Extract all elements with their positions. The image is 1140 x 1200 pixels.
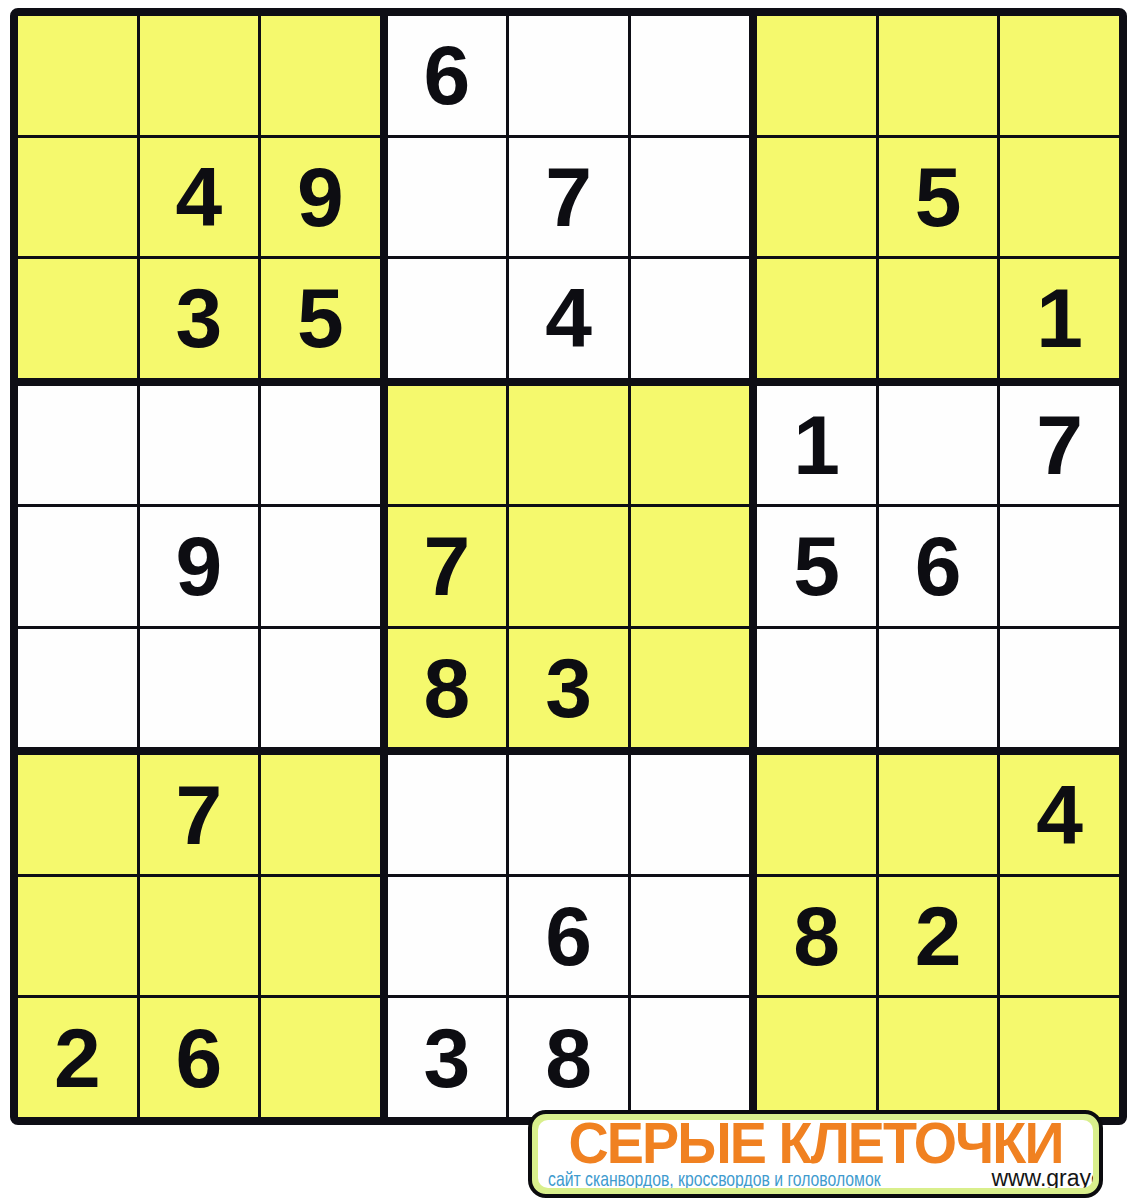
cell-r4c1[interactable] [18, 386, 137, 505]
cell-r2c5[interactable]: 7 [509, 138, 628, 257]
cell-r7c4[interactable] [388, 755, 507, 874]
cell-r6c2[interactable] [140, 629, 259, 748]
cell-r4c2[interactable] [140, 386, 259, 505]
box-4: 9 [18, 386, 380, 748]
cell-r4c4[interactable] [388, 386, 507, 505]
cell-r9c5[interactable]: 8 [509, 998, 628, 1117]
cell-r7c6[interactable] [631, 755, 750, 874]
cell-r9c4[interactable]: 3 [388, 998, 507, 1117]
cell-r8c8[interactable]: 2 [879, 877, 998, 996]
cell-r1c2[interactable] [140, 16, 259, 135]
cell-r8c4[interactable] [388, 877, 507, 996]
box-3: 51 [757, 16, 1119, 378]
cell-r5c2[interactable]: 9 [140, 507, 259, 626]
cell-r1c1[interactable] [18, 16, 137, 135]
cell-r2c3[interactable]: 9 [261, 138, 380, 257]
cell-r6c6[interactable] [631, 629, 750, 748]
cell-r9c9[interactable] [1000, 998, 1119, 1117]
cell-r9c7[interactable] [757, 998, 876, 1117]
cell-r9c2[interactable]: 6 [140, 998, 259, 1117]
cell-r5c1[interactable] [18, 507, 137, 626]
cell-r6c3[interactable] [261, 629, 380, 748]
cell-r5c4[interactable]: 7 [388, 507, 507, 626]
cell-r8c9[interactable] [1000, 877, 1119, 996]
cell-r5c7[interactable]: 5 [757, 507, 876, 626]
logo-title: СЕРЫЕ КЛЕТОЧКИ [559, 1120, 1073, 1166]
cell-r6c9[interactable] [1000, 629, 1119, 748]
cell-r6c8[interactable] [879, 629, 998, 748]
cell-r3c4[interactable] [388, 259, 507, 378]
cell-r5c3[interactable] [261, 507, 380, 626]
cell-r1c3[interactable] [261, 16, 380, 135]
graycell-logo: СЕРЫЕ КЛЕТОЧКИ сайт сканвордов, кроссвор… [528, 1110, 1103, 1198]
cell-r4c6[interactable] [631, 386, 750, 505]
cell-r7c2[interactable]: 7 [140, 755, 259, 874]
box-5: 783 [388, 386, 750, 748]
cell-r5c6[interactable] [631, 507, 750, 626]
cell-r3c7[interactable] [757, 259, 876, 378]
cell-r5c5[interactable] [509, 507, 628, 626]
cell-r8c2[interactable] [140, 877, 259, 996]
cell-r8c3[interactable] [261, 877, 380, 996]
cell-r3c3[interactable]: 5 [261, 259, 380, 378]
cell-r8c1[interactable] [18, 877, 137, 996]
cell-r4c7[interactable]: 1 [757, 386, 876, 505]
cell-r1c7[interactable] [757, 16, 876, 135]
cell-r4c3[interactable] [261, 386, 380, 505]
cell-r8c6[interactable] [631, 877, 750, 996]
cell-r2c1[interactable] [18, 138, 137, 257]
logo-subtitle: сайт сканвордов, кроссвордов и головолом… [548, 1168, 881, 1189]
box-9: 482 [757, 755, 1119, 1117]
cell-r8c7[interactable]: 8 [757, 877, 876, 996]
cell-r6c5[interactable]: 3 [509, 629, 628, 748]
cell-r8c5[interactable]: 6 [509, 877, 628, 996]
cell-r7c1[interactable] [18, 755, 137, 874]
cell-r3c1[interactable] [18, 259, 137, 378]
cell-r2c4[interactable] [388, 138, 507, 257]
cell-r1c6[interactable] [631, 16, 750, 135]
cell-r7c8[interactable] [879, 755, 998, 874]
box-1: 4935 [18, 16, 380, 378]
cell-r2c6[interactable] [631, 138, 750, 257]
cell-r2c7[interactable] [757, 138, 876, 257]
box-7: 726 [18, 755, 380, 1117]
cell-r3c8[interactable] [879, 259, 998, 378]
cell-r7c5[interactable] [509, 755, 628, 874]
cell-r2c2[interactable]: 4 [140, 138, 259, 257]
cell-r1c9[interactable] [1000, 16, 1119, 135]
cell-r1c4[interactable]: 6 [388, 16, 507, 135]
cell-r1c8[interactable] [879, 16, 998, 135]
cell-r5c8[interactable]: 6 [879, 507, 998, 626]
cell-r7c7[interactable] [757, 755, 876, 874]
cell-r2c9[interactable] [1000, 138, 1119, 257]
cell-r4c8[interactable] [879, 386, 998, 505]
cell-r3c5[interactable]: 4 [509, 259, 628, 378]
cell-r9c3[interactable] [261, 998, 380, 1117]
cell-r9c1[interactable]: 2 [18, 998, 137, 1117]
box-2: 674 [388, 16, 750, 378]
cell-r2c8[interactable]: 5 [879, 138, 998, 257]
cell-r7c9[interactable]: 4 [1000, 755, 1119, 874]
cell-r1c5[interactable] [509, 16, 628, 135]
cell-r4c5[interactable] [509, 386, 628, 505]
cell-r7c3[interactable] [261, 755, 380, 874]
box-8: 638 [388, 755, 750, 1117]
graycell-logo-inner: СЕРЫЕ КЛЕТОЧКИ сайт сканвордов, кроссвор… [538, 1120, 1093, 1188]
cell-r9c8[interactable] [879, 998, 998, 1117]
cell-r3c2[interactable]: 3 [140, 259, 259, 378]
cell-r9c6[interactable] [631, 998, 750, 1117]
cell-r6c1[interactable] [18, 629, 137, 748]
box-6: 1756 [757, 386, 1119, 748]
cell-r4c9[interactable]: 7 [1000, 386, 1119, 505]
cell-r5c9[interactable] [1000, 507, 1119, 626]
cell-r6c4[interactable]: 8 [388, 629, 507, 748]
cell-r6c7[interactable] [757, 629, 876, 748]
cell-r3c9[interactable]: 1 [1000, 259, 1119, 378]
cell-r3c6[interactable] [631, 259, 750, 378]
sudoku-board: 49356745197831756726638482 [10, 8, 1127, 1125]
